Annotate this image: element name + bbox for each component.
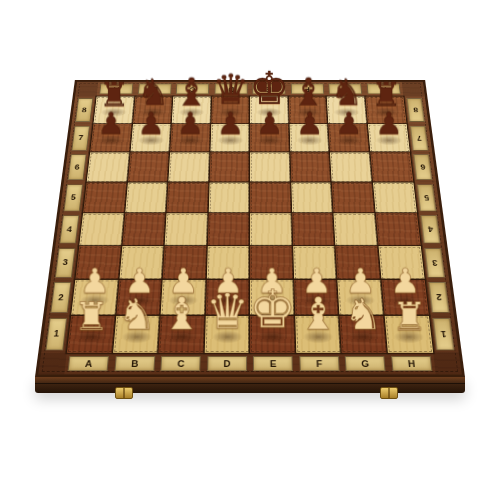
rank-label-5-left: 5 — [64, 184, 83, 211]
piece-shadow — [372, 107, 399, 117]
square-g7[interactable] — [328, 124, 370, 153]
file-label-d-bottom: D — [207, 356, 247, 371]
file-label-f-bottom: F — [299, 356, 339, 371]
square-a4[interactable] — [79, 213, 125, 245]
square-h8[interactable] — [365, 97, 407, 124]
file-label-e-bottom: E — [253, 356, 293, 371]
square-e2[interactable] — [250, 280, 295, 316]
square-c6[interactable] — [168, 152, 210, 182]
square-e4[interactable] — [250, 213, 293, 245]
file-label-b-bottom: B — [114, 356, 155, 371]
rank-label-5-right: 5 — [417, 184, 436, 211]
square-e8[interactable] — [250, 97, 289, 124]
square-f6[interactable] — [290, 152, 332, 182]
square-g6[interactable] — [330, 152, 373, 182]
file-label-a-top: A — [100, 84, 134, 94]
border-cell: 3 — [421, 246, 449, 280]
border-cell: F — [288, 82, 327, 97]
square-d1[interactable] — [204, 315, 250, 352]
rank-label-4-right: 4 — [421, 216, 441, 244]
border-cell: D — [204, 353, 250, 375]
piece-shadow — [137, 135, 165, 145]
piece-shadow — [121, 330, 153, 344]
square-d2[interactable] — [205, 280, 250, 316]
board-frame: ABCDEFGH8877665544332211ABCDEFGH ♜♞♝♛♚♝♞… — [35, 80, 465, 377]
square-c2[interactable] — [161, 280, 207, 316]
square-d8[interactable] — [211, 97, 250, 124]
square-h6[interactable] — [370, 152, 413, 182]
square-h3[interactable] — [378, 246, 425, 280]
square-d6[interactable] — [209, 152, 250, 182]
rank-label-1-left: 1 — [46, 318, 67, 350]
border-cell: 4 — [417, 213, 445, 245]
border-cell: B — [111, 353, 159, 375]
rank-label-8-left: 8 — [75, 98, 93, 122]
piece-shadow — [257, 294, 287, 307]
border-cell: 7 — [407, 124, 433, 153]
square-a2[interactable] — [71, 280, 119, 316]
border-cell: E — [250, 353, 296, 375]
square-b3[interactable] — [119, 246, 165, 280]
board-edge — [35, 377, 465, 393]
file-label-a-bottom: A — [68, 356, 109, 371]
rank-label-2-left: 2 — [50, 282, 71, 313]
border-cell: C — [157, 353, 204, 375]
border-cell: 5 — [413, 182, 440, 213]
piece-shadow — [256, 107, 283, 117]
square-b8[interactable] — [133, 97, 174, 124]
square-c8[interactable] — [172, 97, 212, 124]
square-b5[interactable] — [125, 182, 169, 213]
border-cell: B — [135, 82, 174, 97]
border-cell: F — [296, 353, 343, 375]
square-e3[interactable] — [250, 246, 294, 280]
square-g5[interactable] — [332, 182, 376, 213]
piece-shadow — [97, 135, 125, 145]
square-f8[interactable] — [288, 97, 328, 124]
square-h2[interactable] — [381, 280, 429, 316]
piece-shadow — [217, 135, 244, 145]
rank-label-7-left: 7 — [72, 126, 90, 151]
piece-shadow — [177, 135, 204, 145]
square-b7[interactable] — [130, 124, 172, 153]
piece-shadow — [345, 294, 376, 307]
border-cell: 2 — [425, 280, 454, 316]
board-grid: ABCDEFGH8877665544332211ABCDEFGH — [38, 82, 461, 375]
square-c3[interactable] — [163, 246, 208, 280]
piece-shadow — [75, 330, 107, 344]
square-b1[interactable] — [113, 315, 161, 352]
piece-shadow — [256, 135, 283, 145]
square-c4[interactable] — [165, 213, 209, 245]
square-c1[interactable] — [158, 315, 205, 352]
file-label-g-top: G — [329, 84, 363, 94]
border-cell: 1 — [429, 315, 459, 352]
square-f7[interactable] — [289, 124, 330, 153]
square-a8[interactable] — [93, 97, 135, 124]
piece-shadow — [166, 330, 197, 344]
square-e5[interactable] — [250, 182, 292, 213]
square-c7[interactable] — [170, 124, 211, 153]
piece-shadow — [347, 330, 379, 344]
file-label-g-bottom: G — [345, 356, 386, 371]
square-b2[interactable] — [116, 280, 163, 316]
hinge-right — [380, 387, 398, 399]
square-h5[interactable] — [373, 182, 417, 213]
border-cell: C — [173, 82, 212, 97]
square-h1[interactable] — [384, 315, 433, 352]
border-cell: G — [342, 353, 390, 375]
border-cell: G — [326, 82, 365, 97]
square-a5[interactable] — [83, 182, 127, 213]
square-h4[interactable] — [375, 213, 421, 245]
piece-shadow — [168, 294, 199, 307]
chess-set-photo: ABCDEFGH8877665544332211ABCDEFGH ♜♞♝♛♚♝♞… — [0, 0, 500, 500]
file-label-b-top: B — [138, 84, 172, 94]
rank-label-3-right: 3 — [425, 248, 445, 277]
piece-shadow — [178, 107, 205, 117]
border-cell: H — [387, 353, 435, 375]
piece-shadow — [295, 107, 322, 117]
square-f3[interactable] — [293, 246, 338, 280]
square-a1[interactable] — [67, 315, 116, 352]
piece-shadow — [257, 330, 288, 344]
square-e6[interactable] — [250, 152, 291, 182]
hinge-left — [115, 387, 133, 399]
frame-corner — [75, 82, 98, 97]
square-d5[interactable] — [208, 182, 250, 213]
square-e1[interactable] — [250, 315, 296, 352]
square-g4[interactable] — [333, 213, 378, 245]
square-b4[interactable] — [122, 213, 167, 245]
rank-label-2-right: 2 — [429, 282, 450, 313]
file-label-e-top: E — [253, 84, 286, 94]
frame-corner — [38, 353, 66, 375]
square-b6[interactable] — [127, 152, 170, 182]
chessboard: ABCDEFGH8877665544332211ABCDEFGH ♜♞♝♛♚♝♞… — [35, 80, 465, 377]
rank-label-4-left: 4 — [59, 216, 79, 244]
file-label-h-bottom: H — [391, 356, 432, 371]
piece-shadow — [100, 107, 127, 117]
rank-label-1-right: 1 — [433, 318, 454, 350]
square-d4[interactable] — [207, 213, 250, 245]
border-cell: A — [64, 353, 112, 375]
piece-shadow — [212, 330, 243, 344]
file-label-h-top: H — [367, 84, 401, 94]
rank-label-3-left: 3 — [55, 248, 75, 277]
square-f2[interactable] — [294, 280, 340, 316]
square-a6[interactable] — [87, 152, 130, 182]
rank-label-8-right: 8 — [407, 98, 425, 122]
frame-corner — [402, 82, 425, 97]
square-f1[interactable] — [295, 315, 342, 352]
border-cell: 8 — [403, 97, 428, 124]
piece-shadow — [139, 107, 166, 117]
file-label-f-top: F — [291, 84, 324, 94]
border-cell: E — [250, 82, 288, 97]
square-e7[interactable] — [250, 124, 290, 153]
file-label-c-top: C — [176, 84, 209, 94]
piece-shadow — [393, 330, 425, 344]
piece-shadow — [301, 294, 332, 307]
square-d7[interactable] — [210, 124, 250, 153]
piece-shadow — [296, 135, 323, 145]
square-f5[interactable] — [291, 182, 334, 213]
square-g3[interactable] — [335, 246, 381, 280]
square-d3[interactable] — [206, 246, 250, 280]
rank-label-6-right: 6 — [414, 154, 433, 180]
border-cell: 6 — [410, 152, 436, 182]
rank-label-7-right: 7 — [410, 126, 428, 151]
file-label-c-bottom: C — [161, 356, 201, 371]
square-a3[interactable] — [75, 246, 122, 280]
square-a7[interactable] — [90, 124, 132, 153]
piece-shadow — [375, 135, 403, 145]
piece-shadow — [213, 294, 243, 307]
square-g2[interactable] — [337, 280, 384, 316]
rank-label-6-left: 6 — [68, 154, 87, 180]
piece-shadow — [217, 107, 244, 117]
frame-corner — [433, 353, 461, 375]
square-f4[interactable] — [292, 213, 336, 245]
piece-shadow — [302, 330, 333, 344]
square-g1[interactable] — [339, 315, 387, 352]
piece-shadow — [334, 107, 361, 117]
square-h7[interactable] — [367, 124, 409, 153]
piece-shadow — [335, 135, 363, 145]
file-label-d-top: D — [214, 84, 247, 94]
border-cell: H — [364, 82, 404, 97]
border-cell: D — [212, 82, 250, 97]
border-cell: A — [97, 82, 137, 97]
piece-shadow — [124, 294, 155, 307]
piece-shadow — [79, 294, 110, 307]
piece-shadow — [389, 294, 420, 307]
square-g8[interactable] — [327, 97, 368, 124]
square-c5[interactable] — [167, 182, 210, 213]
